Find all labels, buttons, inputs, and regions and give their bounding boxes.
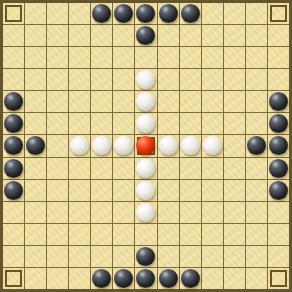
board-cell[interactable] [47,135,68,156]
board-cell[interactable] [3,25,24,46]
board-cell[interactable] [180,135,201,156]
board-cell[interactable] [246,3,267,24]
board-cell[interactable] [47,180,68,201]
attacker-piece[interactable] [159,4,178,23]
board-cell[interactable] [268,268,289,289]
defender-piece[interactable] [136,70,155,89]
board-cell[interactable] [180,224,201,245]
defender-piece[interactable] [181,136,200,155]
board-cell[interactable] [69,268,90,289]
board-cell[interactable] [180,3,201,24]
board-cell[interactable] [224,69,245,90]
board-cell[interactable] [91,224,112,245]
board-cell[interactable] [224,91,245,112]
attacker-piece[interactable] [136,26,155,45]
board-cell[interactable] [91,202,112,223]
board-cell[interactable] [246,91,267,112]
board-cell[interactable] [246,47,267,68]
defender-piece[interactable] [92,136,111,155]
board-cell[interactable] [69,135,90,156]
board-cell[interactable] [158,202,179,223]
board-cell[interactable] [69,158,90,179]
board-cell[interactable] [224,135,245,156]
attacker-piece[interactable] [92,269,111,288]
board-cell[interactable] [180,69,201,90]
board-cell[interactable] [91,47,112,68]
board-cell[interactable] [69,202,90,223]
tafl-board [0,0,292,292]
board-cell[interactable] [47,25,68,46]
board-cell[interactable] [268,135,289,156]
attacker-piece[interactable] [114,269,133,288]
board-cell[interactable] [268,202,289,223]
attacker-piece[interactable] [4,114,23,133]
defender-piece[interactable] [70,136,89,155]
board-cell[interactable] [135,47,156,68]
attacker-piece[interactable] [269,159,288,178]
board-cell[interactable] [202,91,223,112]
board-cell[interactable] [135,224,156,245]
board-cell[interactable] [3,268,24,289]
board-cell[interactable] [158,113,179,134]
board-grid [3,3,289,289]
board-cell[interactable] [3,135,24,156]
board-cell[interactable] [246,113,267,134]
board-cell[interactable] [202,135,223,156]
board-cell[interactable] [246,202,267,223]
board-cell[interactable] [246,268,267,289]
board-cell[interactable] [25,113,46,134]
attacker-piece[interactable] [114,4,133,23]
board-cell[interactable] [158,268,179,289]
board-cell[interactable] [202,113,223,134]
board-cell[interactable] [180,202,201,223]
board-cell[interactable] [47,91,68,112]
board-cell[interactable] [3,91,24,112]
board-cell[interactable] [246,158,267,179]
board-cell[interactable] [47,158,68,179]
board-cell[interactable] [268,224,289,245]
board-cell[interactable] [158,224,179,245]
board-cell[interactable] [158,135,179,156]
board-cell[interactable] [268,113,289,134]
board-cell[interactable] [202,180,223,201]
board-cell[interactable] [268,91,289,112]
defender-piece[interactable] [159,136,178,155]
board-cell[interactable] [202,158,223,179]
attacker-piece[interactable] [181,269,200,288]
board-cell[interactable] [113,113,134,134]
board-cell[interactable] [91,158,112,179]
board-cell[interactable] [113,3,134,24]
board-cell[interactable] [113,246,134,267]
board-cell[interactable] [25,91,46,112]
board-cell[interactable] [25,224,46,245]
board-cell[interactable] [180,91,201,112]
board-cell[interactable] [246,180,267,201]
board-cell[interactable] [246,224,267,245]
board-cell[interactable] [246,25,267,46]
corner-square-marker [5,5,22,22]
board-cell[interactable] [69,3,90,24]
defender-piece[interactable] [136,92,155,111]
board-cell[interactable] [3,69,24,90]
board-cell[interactable] [180,113,201,134]
board-cell[interactable] [113,135,134,156]
board-cell[interactable] [113,91,134,112]
board-cell[interactable] [47,246,68,267]
board-cell[interactable] [3,3,24,24]
board-cell[interactable] [25,180,46,201]
board-cell[interactable] [135,135,156,156]
board-cell[interactable] [113,25,134,46]
board-cell[interactable] [25,202,46,223]
board-cell[interactable] [91,135,112,156]
board-cell[interactable] [91,113,112,134]
board-cell[interactable] [47,113,68,134]
board-cell[interactable] [69,91,90,112]
board-cell[interactable] [25,268,46,289]
board-cell[interactable] [3,113,24,134]
board-cell[interactable] [113,224,134,245]
board-cell[interactable] [113,268,134,289]
board-cell[interactable] [47,69,68,90]
board-cell[interactable] [224,246,245,267]
defender-piece[interactable] [136,114,155,133]
board-cell[interactable] [47,224,68,245]
board-cell[interactable] [268,158,289,179]
board-cell[interactable] [91,180,112,201]
board-cell[interactable] [25,69,46,90]
board-cell[interactable] [202,47,223,68]
board-cell[interactable] [69,47,90,68]
king-piece[interactable] [136,136,155,155]
board-cell[interactable] [113,47,134,68]
board-cell[interactable] [202,69,223,90]
board-cell[interactable] [135,91,156,112]
board-cell[interactable] [25,25,46,46]
attacker-piece[interactable] [136,269,155,288]
board-cell[interactable] [113,180,134,201]
board-cell[interactable] [202,268,223,289]
board-cell[interactable] [3,180,24,201]
board-cell[interactable] [25,3,46,24]
board-cell[interactable] [268,180,289,201]
board-cell[interactable] [135,69,156,90]
board-cell[interactable] [224,3,245,24]
board-cell[interactable] [91,246,112,267]
board-cell[interactable] [158,246,179,267]
attacker-piece[interactable] [4,136,23,155]
attacker-piece[interactable] [247,136,266,155]
corner-square-marker [270,270,287,287]
defender-piece[interactable] [136,203,155,222]
attacker-piece[interactable] [269,114,288,133]
board-cell[interactable] [25,47,46,68]
board-cell[interactable] [224,158,245,179]
board-cell[interactable] [158,180,179,201]
board-cell[interactable] [246,135,267,156]
board-cell[interactable] [3,202,24,223]
board-cell[interactable] [135,246,156,267]
board-cell[interactable] [47,3,68,24]
board-cell[interactable] [25,246,46,267]
board-cell[interactable] [91,25,112,46]
board-cell[interactable] [180,246,201,267]
board-cell[interactable] [135,268,156,289]
board-cell[interactable] [3,246,24,267]
board-cell[interactable] [135,202,156,223]
board-cell[interactable] [158,47,179,68]
board-cell[interactable] [135,113,156,134]
attacker-piece[interactable] [181,4,200,23]
board-cell[interactable] [135,25,156,46]
board-cell[interactable] [3,47,24,68]
attacker-piece[interactable] [269,181,288,200]
attacker-piece[interactable] [92,4,111,23]
board-cell[interactable] [246,246,267,267]
board-cell[interactable] [268,69,289,90]
board-cell[interactable] [158,69,179,90]
board-cell[interactable] [180,268,201,289]
defender-piece[interactable] [203,136,222,155]
attacker-piece[interactable] [4,159,23,178]
board-cell[interactable] [180,47,201,68]
board-cell[interactable] [69,180,90,201]
attacker-piece[interactable] [26,136,45,155]
attacker-piece[interactable] [269,92,288,111]
board-cell[interactable] [224,25,245,46]
board-cell[interactable] [224,202,245,223]
defender-piece[interactable] [136,159,155,178]
board-cell[interactable] [224,180,245,201]
board-cell[interactable] [202,25,223,46]
corner-square-marker [5,270,22,287]
attacker-piece[interactable] [4,181,23,200]
board-cell[interactable] [180,180,201,201]
board-cell[interactable] [91,91,112,112]
attacker-piece[interactable] [269,136,288,155]
board-cell[interactable] [69,246,90,267]
board-cell[interactable] [3,224,24,245]
attacker-piece[interactable] [136,4,155,23]
corner-square-marker [270,5,287,22]
attacker-piece[interactable] [159,269,178,288]
board-cell[interactable] [113,158,134,179]
defender-piece[interactable] [136,181,155,200]
board-cell[interactable] [91,69,112,90]
board-cell[interactable] [224,224,245,245]
attacker-piece[interactable] [4,92,23,111]
board-cell[interactable] [113,202,134,223]
board-cell[interactable] [268,25,289,46]
board-cell[interactable] [47,202,68,223]
attacker-piece[interactable] [136,247,155,266]
board-cell[interactable] [69,224,90,245]
board-cell[interactable] [135,180,156,201]
board-cell[interactable] [246,69,267,90]
board-cell[interactable] [25,135,46,156]
board-cell[interactable] [268,47,289,68]
board-cell[interactable] [202,3,223,24]
board-cell[interactable] [158,158,179,179]
board-cell[interactable] [224,47,245,68]
board-cell[interactable] [91,3,112,24]
board-cell[interactable] [158,25,179,46]
board-cell[interactable] [91,268,112,289]
board-cell[interactable] [224,268,245,289]
board-cell[interactable] [113,69,134,90]
board-cell[interactable] [69,69,90,90]
board-cell[interactable] [268,246,289,267]
board-cell[interactable] [69,113,90,134]
board-cell[interactable] [158,91,179,112]
board-cell[interactable] [69,25,90,46]
board-cell[interactable] [268,3,289,24]
board-cell[interactable] [135,3,156,24]
board-cell[interactable] [158,3,179,24]
board-cell[interactable] [47,47,68,68]
board-cell[interactable] [180,25,201,46]
board-cell[interactable] [180,158,201,179]
board-cell[interactable] [202,202,223,223]
board-cell[interactable] [3,158,24,179]
board-cell[interactable] [25,158,46,179]
board-cell[interactable] [202,224,223,245]
board-cell[interactable] [224,113,245,134]
board-cell[interactable] [47,268,68,289]
board-cell[interactable] [202,246,223,267]
defender-piece[interactable] [114,136,133,155]
board-cell[interactable] [135,158,156,179]
